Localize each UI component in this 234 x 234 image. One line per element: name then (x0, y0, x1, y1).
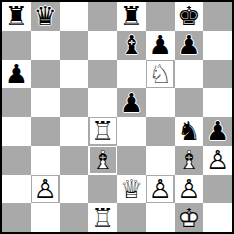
square-f2[interactable]: ♟♙ (146, 175, 175, 204)
white-pawn[interactable]: ♟♙ (147, 176, 173, 202)
square-d6[interactable] (88, 60, 117, 89)
square-h5[interactable] (203, 88, 232, 117)
piece-glyph: ♕ (118, 176, 144, 202)
square-e6[interactable] (117, 60, 146, 89)
piece-glyph: ♟ (176, 32, 202, 58)
square-e7[interactable]: ♝ (117, 31, 146, 60)
square-b2[interactable]: ♟♙ (31, 175, 60, 204)
square-h8[interactable] (203, 2, 232, 31)
board-frame: ♜♛♜♚♝♟♟♟♞♘♟♜♖♞♟♝♗♝♗♟♙♟♙♛♕♟♙♟♙♜♖♚♔ (0, 0, 234, 234)
white-king[interactable]: ♚♔ (176, 205, 202, 231)
square-f3[interactable] (146, 146, 175, 175)
square-e1[interactable] (117, 203, 146, 232)
square-g5[interactable] (175, 88, 204, 117)
square-g6[interactable] (175, 60, 204, 89)
piece-glyph: ♙ (147, 176, 173, 202)
piece-glyph: ♞ (176, 118, 202, 144)
piece-glyph: ♖ (90, 118, 116, 144)
piece-glyph: ♜ (3, 3, 29, 29)
square-b8[interactable]: ♛ (31, 2, 60, 31)
square-a6[interactable]: ♟ (2, 60, 31, 89)
square-e8[interactable]: ♜ (117, 2, 146, 31)
piece-glyph: ♙ (176, 176, 202, 202)
black-rook[interactable]: ♜ (118, 3, 144, 29)
square-f7[interactable]: ♟ (146, 31, 175, 60)
square-f8[interactable] (146, 2, 175, 31)
square-f4[interactable] (146, 117, 175, 146)
square-b1[interactable] (31, 203, 60, 232)
square-f1[interactable] (146, 203, 175, 232)
black-queen[interactable]: ♛ (32, 3, 58, 29)
black-pawn[interactable]: ♟ (118, 90, 144, 116)
square-d8[interactable] (88, 2, 117, 31)
square-b6[interactable] (31, 60, 60, 89)
square-h7[interactable] (203, 31, 232, 60)
square-f5[interactable] (146, 88, 175, 117)
white-queen[interactable]: ♛♕ (118, 176, 144, 202)
piece-glyph: ♖ (90, 205, 116, 231)
piece-glyph: ♔ (176, 205, 202, 231)
white-bishop[interactable]: ♝♗ (176, 147, 202, 173)
square-d1[interactable]: ♜♖ (88, 203, 117, 232)
square-f6[interactable]: ♞♘ (146, 60, 175, 89)
black-rook[interactable]: ♜ (3, 3, 29, 29)
square-h4[interactable]: ♟ (203, 117, 232, 146)
square-d3[interactable]: ♝♗ (88, 146, 117, 175)
square-b5[interactable] (31, 88, 60, 117)
piece-glyph: ♙ (205, 147, 231, 173)
black-knight[interactable]: ♞ (176, 118, 202, 144)
white-pawn[interactable]: ♟♙ (176, 176, 202, 202)
piece-glyph: ♟ (3, 61, 29, 87)
square-b3[interactable] (31, 146, 60, 175)
chess-board: ♜♛♜♚♝♟♟♟♞♘♟♜♖♞♟♝♗♝♗♟♙♟♙♛♕♟♙♟♙♜♖♚♔ (2, 2, 232, 232)
black-pawn[interactable]: ♟ (3, 61, 29, 87)
square-h1[interactable] (203, 203, 232, 232)
square-h6[interactable] (203, 60, 232, 89)
square-e3[interactable] (117, 146, 146, 175)
square-a8[interactable]: ♜ (2, 2, 31, 31)
white-pawn[interactable]: ♟♙ (205, 147, 231, 173)
white-rook[interactable]: ♜♖ (90, 205, 116, 231)
square-c2[interactable] (60, 175, 89, 204)
square-g8[interactable]: ♚ (175, 2, 204, 31)
square-a4[interactable] (2, 117, 31, 146)
square-g1[interactable]: ♚♔ (175, 203, 204, 232)
piece-glyph: ♟ (147, 32, 173, 58)
piece-glyph: ♟ (205, 118, 231, 144)
square-a1[interactable] (2, 203, 31, 232)
square-c8[interactable] (60, 2, 89, 31)
square-d4[interactable]: ♜♖ (88, 117, 117, 146)
piece-glyph: ♝ (118, 32, 144, 58)
square-a3[interactable] (2, 146, 31, 175)
square-c7[interactable] (60, 31, 89, 60)
piece-glyph: ♟ (118, 90, 144, 116)
square-c5[interactable] (60, 88, 89, 117)
square-d5[interactable] (88, 88, 117, 117)
square-d2[interactable] (88, 175, 117, 204)
square-a5[interactable] (2, 88, 31, 117)
square-e4[interactable] (117, 117, 146, 146)
square-c3[interactable] (60, 146, 89, 175)
square-g7[interactable]: ♟ (175, 31, 204, 60)
piece-glyph: ♗ (176, 147, 202, 173)
black-bishop[interactable]: ♝ (118, 32, 144, 58)
piece-glyph: ♗ (90, 147, 116, 173)
square-e5[interactable]: ♟ (117, 88, 146, 117)
black-king[interactable]: ♚ (176, 3, 202, 29)
piece-glyph: ♘ (147, 61, 173, 87)
piece-glyph: ♙ (32, 176, 58, 202)
white-pawn[interactable]: ♟♙ (32, 176, 58, 202)
piece-glyph: ♜ (118, 3, 144, 29)
black-pawn[interactable]: ♟ (176, 32, 202, 58)
black-pawn[interactable]: ♟ (205, 118, 231, 144)
square-c6[interactable] (60, 60, 89, 89)
piece-glyph: ♚ (176, 3, 202, 29)
square-g3[interactable]: ♝♗ (175, 146, 204, 175)
piece-glyph: ♛ (32, 3, 58, 29)
black-pawn[interactable]: ♟ (147, 32, 173, 58)
square-g4[interactable]: ♞ (175, 117, 204, 146)
square-g2[interactable]: ♟♙ (175, 175, 204, 204)
square-a2[interactable] (2, 175, 31, 204)
white-knight[interactable]: ♞♘ (147, 61, 173, 87)
white-bishop[interactable]: ♝♗ (90, 147, 116, 173)
white-rook[interactable]: ♜♖ (90, 118, 116, 144)
square-b4[interactable] (31, 117, 60, 146)
square-e2[interactable]: ♛♕ (117, 175, 146, 204)
square-h2[interactable] (203, 175, 232, 204)
square-a7[interactable] (2, 31, 31, 60)
square-h3[interactable]: ♟♙ (203, 146, 232, 175)
square-c1[interactable] (60, 203, 89, 232)
square-b7[interactable] (31, 31, 60, 60)
square-c4[interactable] (60, 117, 89, 146)
square-d7[interactable] (88, 31, 117, 60)
